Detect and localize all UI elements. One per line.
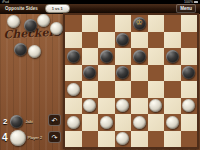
board-square[interactable] xyxy=(148,48,165,65)
white-piece[interactable] xyxy=(182,99,195,112)
board-square[interactable] xyxy=(98,48,115,65)
white-piece[interactable] xyxy=(116,99,129,112)
board-square[interactable] xyxy=(115,15,132,32)
black-piece[interactable] xyxy=(100,50,113,63)
board-square[interactable] xyxy=(82,32,99,49)
opposite-sides-button[interactable]: Opposite Sides xyxy=(5,6,38,11)
white-piece[interactable] xyxy=(133,116,146,129)
white-piece[interactable] xyxy=(83,99,96,112)
decorative-white-piece xyxy=(28,45,41,58)
board-square[interactable] xyxy=(164,32,181,49)
board-square[interactable] xyxy=(131,32,148,49)
board-square[interactable] xyxy=(148,114,165,131)
player1-score: 2 xyxy=(3,117,7,126)
black-piece[interactable] xyxy=(83,66,96,79)
board-square[interactable] xyxy=(82,131,99,148)
board-square[interactable] xyxy=(115,65,132,82)
board-square[interactable] xyxy=(164,15,181,32)
undo-button[interactable]: ↶ xyxy=(48,114,61,126)
board-square[interactable] xyxy=(82,65,99,82)
board-square[interactable] xyxy=(65,98,82,115)
board-square[interactable] xyxy=(181,15,198,32)
board-square[interactable] xyxy=(98,98,115,115)
checkers-board[interactable]: ♔ xyxy=(63,13,199,149)
black-piece[interactable] xyxy=(116,33,129,46)
black-piece[interactable] xyxy=(116,66,129,79)
board-square[interactable] xyxy=(148,15,165,32)
board-square[interactable] xyxy=(164,114,181,131)
mode-segmented-control[interactable]: 1 vs 1 xyxy=(45,4,70,13)
board-square[interactable] xyxy=(181,65,198,82)
board-square[interactable] xyxy=(115,114,132,131)
board-square[interactable] xyxy=(181,81,198,98)
player1-row: 2 Jaki xyxy=(3,114,33,129)
decorative-white-piece xyxy=(7,15,20,28)
black-piece[interactable] xyxy=(182,66,195,79)
board-square[interactable] xyxy=(98,32,115,49)
black-piece[interactable] xyxy=(67,50,80,63)
black-piece[interactable] xyxy=(133,50,146,63)
board-square[interactable] xyxy=(148,32,165,49)
menu-button[interactable]: Menu xyxy=(176,4,196,13)
board-square[interactable] xyxy=(115,131,132,148)
board-square[interactable] xyxy=(115,48,132,65)
board-square[interactable] xyxy=(65,65,82,82)
board-square[interactable] xyxy=(181,32,198,49)
board-square[interactable] xyxy=(98,81,115,98)
white-piece[interactable] xyxy=(67,116,80,129)
board-square[interactable] xyxy=(164,131,181,148)
board-square[interactable] xyxy=(65,48,82,65)
board-square[interactable] xyxy=(65,81,82,98)
board-square[interactable] xyxy=(131,48,148,65)
board-square[interactable] xyxy=(82,15,99,32)
decorative-white-piece xyxy=(50,22,63,35)
player2-row: 4 Player 2 xyxy=(2,129,42,146)
white-piece[interactable] xyxy=(67,83,80,96)
battery-icon xyxy=(194,1,198,3)
board-square[interactable] xyxy=(181,48,198,65)
board-square[interactable]: ♔ xyxy=(131,15,148,32)
board-square[interactable] xyxy=(65,114,82,131)
board-square[interactable] xyxy=(98,65,115,82)
player2-score: 4 xyxy=(2,132,8,143)
board-square[interactable] xyxy=(181,114,198,131)
board-square[interactable] xyxy=(131,65,148,82)
board-square[interactable] xyxy=(164,98,181,115)
board-square[interactable] xyxy=(82,98,99,115)
white-piece[interactable] xyxy=(100,116,113,129)
white-piece[interactable] xyxy=(149,99,162,112)
board-square[interactable] xyxy=(115,81,132,98)
decorative-white-piece xyxy=(37,14,50,27)
wood-background: Checkers ♔ 2 Jaki 4 Player 2 ↶ ↷ xyxy=(0,14,200,150)
board-square[interactable] xyxy=(148,131,165,148)
board-square[interactable] xyxy=(131,131,148,148)
board-square[interactable] xyxy=(164,48,181,65)
board-square[interactable] xyxy=(148,65,165,82)
redo-button[interactable]: ↷ xyxy=(48,131,61,143)
player2-name: Player 2 xyxy=(28,135,43,140)
board-square[interactable] xyxy=(181,98,198,115)
black-piece[interactable] xyxy=(166,50,179,63)
board-square[interactable] xyxy=(131,114,148,131)
board-square[interactable] xyxy=(82,48,99,65)
board-square[interactable] xyxy=(164,65,181,82)
board-square[interactable] xyxy=(82,114,99,131)
board-square[interactable] xyxy=(181,131,198,148)
board-square[interactable] xyxy=(98,114,115,131)
black-king-piece[interactable]: ♔ xyxy=(133,17,146,30)
king-crown-icon: ♔ xyxy=(136,19,143,27)
board-grid: ♔ xyxy=(65,15,197,147)
player1-name: Jaki xyxy=(25,119,32,124)
board-square[interactable] xyxy=(65,15,82,32)
board-square[interactable] xyxy=(98,15,115,32)
board-square[interactable] xyxy=(164,81,181,98)
board-square[interactable] xyxy=(131,98,148,115)
player1-piece-icon xyxy=(10,115,23,128)
decorative-black-piece xyxy=(24,19,37,32)
board-square[interactable] xyxy=(148,98,165,115)
white-piece[interactable] xyxy=(116,132,129,145)
decorative-black-piece xyxy=(14,43,27,56)
board-square[interactable] xyxy=(115,32,132,49)
board-square[interactable] xyxy=(65,32,82,49)
white-piece[interactable] xyxy=(166,116,179,129)
board-square[interactable] xyxy=(82,81,99,98)
board-square[interactable] xyxy=(115,98,132,115)
board-square[interactable] xyxy=(148,81,165,98)
board-square[interactable] xyxy=(65,131,82,148)
board-square[interactable] xyxy=(131,81,148,98)
player2-piece-icon xyxy=(10,130,26,146)
board-square[interactable] xyxy=(98,131,115,148)
